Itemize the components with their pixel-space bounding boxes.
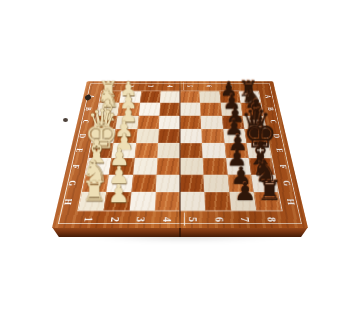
file-label-left-C-text: C [81,120,92,124]
rank-label-near-1-text: 1 [80,217,97,222]
rank-label-far-2: 2 [121,81,142,90]
square-g3 [131,174,156,191]
square-d3 [136,129,159,143]
rank-label-near-4-text: 4 [159,217,175,222]
square-f3 [133,158,157,174]
square-b5 [180,103,201,116]
file-label-left-H: H [56,192,81,211]
rank-label-far-1: 1 [101,81,122,90]
rank-label-far-5: 5 [180,81,200,90]
rank-label-near-3-text: 3 [133,217,149,222]
square-a1: ♜ [99,91,121,103]
file-label-right-B-text: B [266,107,276,111]
rank-label-near-8-text: 8 [263,217,280,222]
square-h4 [155,192,180,211]
file-label-right-B: B [261,103,281,116]
square-f6 [203,158,227,174]
square-b2: ♟ [118,103,140,116]
square-d5 [180,129,202,143]
file-label-right-F: F [272,158,295,174]
rank-label-near-1: 1 [74,211,103,228]
file-label-right-C: C [264,115,285,128]
rank-label-far-3: 3 [141,81,161,90]
square-f1: ♝ [85,158,111,174]
file-label-left-D-text: D [78,134,89,138]
rank-label-far-8-text: 8 [244,85,252,87]
file-label-right-D-text: D [272,134,283,138]
file-label-left-F: F [65,158,88,174]
square-h2: ♟ [104,192,131,211]
square-e6 [202,143,226,158]
product-photo-stage: ♜♟♟♜♞♟♟♞♝♟♟♝♛♟♟♛♚♟♟♚♝♟♟♝♞♟♟♞♜♟♟♜ AABBCCD… [0,0,360,320]
file-label-left-B: B [79,103,99,116]
square-d2: ♟ [114,129,137,143]
rank-label-near-5: 5 [180,211,207,228]
square-a2: ♟ [120,91,141,103]
square-a3 [140,91,161,103]
file-label-left-G: G [60,175,84,193]
square-c6 [201,116,223,129]
square-f8: ♝ [249,158,275,174]
square-c2: ♟ [116,116,139,129]
rank-label-far-8: 8 [238,81,259,90]
rank-label-far-1-text: 1 [108,85,116,87]
square-c7: ♟ [222,116,245,129]
file-label-right-F-text: F [278,164,290,168]
rank-label-far-2-text: 2 [127,85,135,87]
file-label-right-E-text: E [275,148,286,152]
file-label-right-D: D [266,129,287,143]
square-f7: ♟ [226,158,251,174]
square-h6 [204,192,230,211]
square-a6 [200,91,221,103]
file-label-left-B-text: B [84,107,94,111]
square-h5 [180,192,205,211]
square-a5 [180,91,200,103]
file-label-left-G-text: G [67,181,79,187]
square-a8: ♜ [239,91,261,103]
square-e3 [134,143,158,158]
square-g5 [180,174,204,191]
board-side-edge [52,227,308,237]
rank-label-near-7: 7 [231,211,259,228]
file-label-right-G-text: G [281,181,293,187]
square-h8: ♜ [253,192,281,211]
file-label-right-H: H [279,192,304,211]
rank-label-far-6-text: 6 [205,85,213,87]
file-label-left-D: D [72,129,93,143]
rank-label-near-2: 2 [101,211,129,228]
square-e5 [180,143,203,158]
rank-label-near-5-text: 5 [185,217,201,222]
file-label-left-E: E [69,143,91,158]
square-d1: ♛ [92,129,116,143]
fold-seam [179,81,181,228]
square-a4 [160,91,180,103]
square-h7: ♟ [229,192,256,211]
white-rook: ♜ [81,177,106,205]
square-f4 [156,158,180,174]
square-b8: ♞ [240,103,263,116]
hinge-dot-icon [63,118,68,122]
rank-label-near-6: 6 [206,211,233,228]
square-g2: ♟ [107,174,133,191]
square-c8: ♝ [242,116,265,129]
square-f2: ♟ [109,158,134,174]
rank-label-far-5-text: 5 [186,85,194,87]
file-label-left-E-text: E [74,148,85,152]
square-e8: ♚ [246,143,271,158]
rank-label-near-3: 3 [127,211,154,228]
square-d6 [201,129,224,143]
rank-label-near-4: 4 [154,211,181,228]
square-b1: ♞ [97,103,120,116]
rank-label-near-8: 8 [257,211,286,228]
file-label-right-A-text: A [263,95,273,99]
square-e7: ♟ [224,143,248,158]
square-b4 [159,103,180,116]
file-label-right-E: E [269,143,291,158]
file-label-right-H-text: H [285,199,298,205]
rank-label-near-6-text: 6 [211,217,227,222]
rank-label-near-2-text: 2 [107,217,123,222]
square-e2: ♟ [111,143,135,158]
chess-board: ♜♟♟♜♞♟♟♞♝♟♟♝♛♟♟♛♚♟♟♚♝♟♟♝♞♟♟♞♜♟♟♜ AABBCCD… [52,81,308,228]
square-g7: ♟ [227,174,253,191]
square-f5 [180,158,204,174]
square-d8: ♛ [244,129,268,143]
square-c3 [137,116,159,129]
rank-label-far-7-text: 7 [225,85,233,87]
rank-label-far-4: 4 [160,81,180,90]
square-a7: ♟ [219,91,240,103]
square-g6 [204,174,229,191]
square-c5 [180,116,201,129]
square-g4 [156,174,180,191]
square-c1: ♝ [94,116,117,129]
square-b6 [200,103,221,116]
rank-label-near-7-text: 7 [237,217,253,222]
square-b3 [138,103,159,116]
square-d4 [158,129,180,143]
square-g1: ♞ [82,174,109,191]
square-c4 [159,116,180,129]
square-b7: ♟ [220,103,242,116]
board-scene: ♜♟♟♜♞♟♟♞♝♟♟♝♛♟♟♛♚♟♟♚♝♟♟♝♞♟♟♞♜♟♟♜ AABBCCD… [52,0,308,228]
file-label-left-F-text: F [71,164,83,168]
file-label-left-C: C [76,115,97,128]
white-pawn: ♟ [108,181,130,206]
square-g8: ♞ [251,174,278,191]
rank-label-far-6: 6 [199,81,219,90]
file-label-right-G: G [276,175,300,193]
square-h3 [129,192,155,211]
square-e4 [157,143,180,158]
square-e1: ♚ [89,143,114,158]
rank-label-far-7: 7 [219,81,240,90]
square-d7: ♟ [223,129,246,143]
square-h1: ♜ [78,192,106,211]
file-label-right-A: A [259,91,278,103]
file-label-left-H-text: H [62,199,75,205]
file-label-right-C-text: C [269,120,280,124]
rank-label-far-3-text: 3 [147,85,155,87]
rank-label-far-4-text: 4 [166,85,174,87]
